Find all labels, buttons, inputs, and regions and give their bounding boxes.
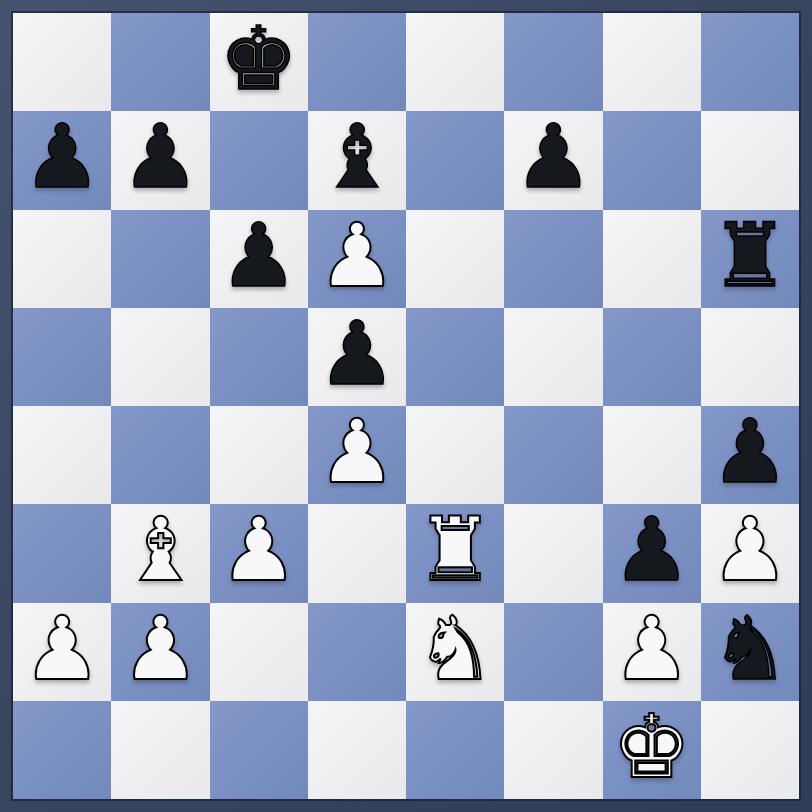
black-bishop-d7: ♝ bbox=[317, 111, 396, 206]
white-knight-e2: ♞ bbox=[416, 603, 495, 698]
square-f7[interactable]: ♟ bbox=[504, 111, 602, 209]
white-rook-e3: ♜ bbox=[416, 504, 495, 599]
black-pawn-h4: ♟ bbox=[710, 406, 789, 501]
square-d6[interactable]: ♟ bbox=[308, 210, 406, 308]
square-a6[interactable] bbox=[13, 210, 111, 308]
square-h6[interactable]: ♜ bbox=[701, 210, 799, 308]
black-pawn-f7: ♟ bbox=[514, 111, 593, 206]
square-a1[interactable] bbox=[13, 701, 111, 799]
square-g7[interactable] bbox=[603, 111, 701, 209]
black-pawn-c6: ♟ bbox=[219, 210, 298, 305]
square-d4[interactable]: ♟ bbox=[308, 406, 406, 504]
square-f6[interactable] bbox=[504, 210, 602, 308]
square-c1[interactable] bbox=[210, 701, 308, 799]
square-a2[interactable]: ♟ bbox=[13, 603, 111, 701]
square-b5[interactable] bbox=[111, 308, 209, 406]
square-a4[interactable] bbox=[13, 406, 111, 504]
square-c4[interactable] bbox=[210, 406, 308, 504]
square-e4[interactable] bbox=[406, 406, 504, 504]
square-f4[interactable] bbox=[504, 406, 602, 504]
black-rook-h6: ♜ bbox=[710, 210, 789, 305]
square-b6[interactable] bbox=[111, 210, 209, 308]
square-a7[interactable]: ♟ bbox=[13, 111, 111, 209]
square-b1[interactable] bbox=[111, 701, 209, 799]
white-pawn-b2: ♟ bbox=[121, 603, 200, 698]
square-b7[interactable]: ♟ bbox=[111, 111, 209, 209]
square-g3[interactable]: ♟ bbox=[603, 504, 701, 602]
black-king-c8: ♚ bbox=[219, 13, 298, 108]
square-h1[interactable] bbox=[701, 701, 799, 799]
white-pawn-d4: ♟ bbox=[317, 406, 396, 501]
square-e7[interactable] bbox=[406, 111, 504, 209]
square-g6[interactable] bbox=[603, 210, 701, 308]
black-pawn-b7: ♟ bbox=[121, 111, 200, 206]
square-c8[interactable]: ♚ bbox=[210, 13, 308, 111]
black-knight-h2: ♞ bbox=[710, 603, 789, 698]
square-b4[interactable] bbox=[111, 406, 209, 504]
square-e6[interactable] bbox=[406, 210, 504, 308]
chess-board: ♚♟♟♝♟♟♟♜♟♟♟♝♟♜♟♟♟♟♞♟♞♚ bbox=[13, 13, 799, 799]
square-h3[interactable]: ♟ bbox=[701, 504, 799, 602]
white-pawn-c3: ♟ bbox=[219, 504, 298, 599]
board-frame: ♚♟♟♝♟♟♟♜♟♟♟♝♟♜♟♟♟♟♞♟♞♚ bbox=[0, 0, 812, 812]
square-d2[interactable] bbox=[308, 603, 406, 701]
square-g1[interactable]: ♚ bbox=[603, 701, 701, 799]
square-c7[interactable] bbox=[210, 111, 308, 209]
square-d5[interactable]: ♟ bbox=[308, 308, 406, 406]
square-d8[interactable] bbox=[308, 13, 406, 111]
square-e5[interactable] bbox=[406, 308, 504, 406]
white-pawn-h3: ♟ bbox=[710, 504, 789, 599]
square-f3[interactable] bbox=[504, 504, 602, 602]
square-h7[interactable] bbox=[701, 111, 799, 209]
square-f5[interactable] bbox=[504, 308, 602, 406]
square-f8[interactable] bbox=[504, 13, 602, 111]
square-a8[interactable] bbox=[13, 13, 111, 111]
square-e3[interactable]: ♜ bbox=[406, 504, 504, 602]
square-h2[interactable]: ♞ bbox=[701, 603, 799, 701]
square-g8[interactable] bbox=[603, 13, 701, 111]
square-b8[interactable] bbox=[111, 13, 209, 111]
square-f1[interactable] bbox=[504, 701, 602, 799]
square-c6[interactable]: ♟ bbox=[210, 210, 308, 308]
white-pawn-a2: ♟ bbox=[23, 603, 102, 698]
square-e2[interactable]: ♞ bbox=[406, 603, 504, 701]
square-h8[interactable] bbox=[701, 13, 799, 111]
square-b3[interactable]: ♝ bbox=[111, 504, 209, 602]
square-f2[interactable] bbox=[504, 603, 602, 701]
square-c3[interactable]: ♟ bbox=[210, 504, 308, 602]
square-c2[interactable] bbox=[210, 603, 308, 701]
square-e8[interactable] bbox=[406, 13, 504, 111]
square-a5[interactable] bbox=[13, 308, 111, 406]
white-king-g1: ♚ bbox=[612, 701, 691, 796]
square-g5[interactable] bbox=[603, 308, 701, 406]
square-d3[interactable] bbox=[308, 504, 406, 602]
white-pawn-g2: ♟ bbox=[612, 603, 691, 698]
black-pawn-a7: ♟ bbox=[23, 111, 102, 206]
square-g2[interactable]: ♟ bbox=[603, 603, 701, 701]
square-g4[interactable] bbox=[603, 406, 701, 504]
square-e1[interactable] bbox=[406, 701, 504, 799]
white-bishop-b3: ♝ bbox=[121, 504, 200, 599]
square-d1[interactable] bbox=[308, 701, 406, 799]
square-h5[interactable] bbox=[701, 308, 799, 406]
square-d7[interactable]: ♝ bbox=[308, 111, 406, 209]
black-pawn-d5: ♟ bbox=[317, 308, 396, 403]
square-h4[interactable]: ♟ bbox=[701, 406, 799, 504]
square-a3[interactable] bbox=[13, 504, 111, 602]
white-pawn-d6: ♟ bbox=[317, 210, 396, 305]
square-c5[interactable] bbox=[210, 308, 308, 406]
square-b2[interactable]: ♟ bbox=[111, 603, 209, 701]
black-pawn-g3: ♟ bbox=[612, 504, 691, 599]
